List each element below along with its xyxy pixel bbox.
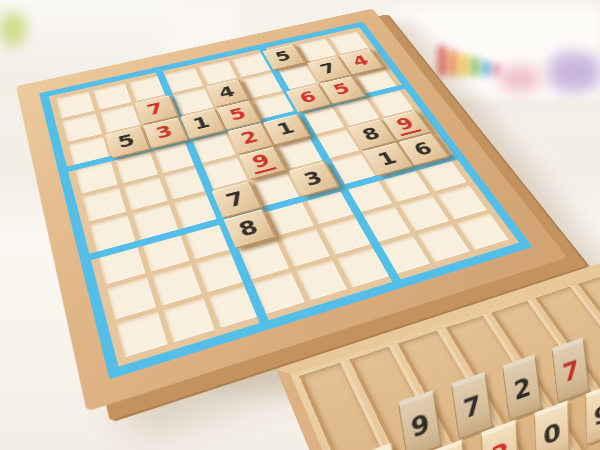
number-tile[interactable]: 7 [212, 182, 263, 220]
sudoku-cell[interactable] [382, 169, 430, 202]
tile-digit: 8 [236, 217, 261, 240]
tile-digit: 6 [297, 89, 319, 105]
tile-digit: 9 [247, 151, 277, 174]
tile-digit: 6 [410, 140, 435, 159]
tile-digit: 5 [227, 106, 249, 123]
sudoku-cell[interactable] [163, 298, 214, 342]
tile-digit: 9 [409, 410, 431, 442]
tile-digit: 2 [490, 439, 509, 450]
sudoku-board: 574745315652198973168 0987220796796898 [16, 9, 567, 412]
sudoku-cell[interactable] [296, 260, 348, 300]
tile-digit: 1 [191, 115, 213, 133]
tile-digit: 9 [391, 115, 422, 136]
tile-digit: 4 [350, 54, 372, 69]
number-tile[interactable]: 5 [105, 126, 151, 159]
sudoku-cell[interactable] [457, 213, 509, 249]
sudoku-cell[interactable] [75, 161, 117, 193]
sudoku-cell[interactable] [116, 312, 167, 357]
tile-digit: 5 [116, 132, 137, 150]
tile-digit: 9 [594, 400, 600, 429]
tile-digit: 1 [274, 120, 297, 138]
sudoku-cell[interactable] [437, 186, 487, 220]
tile-digit: 7 [462, 392, 483, 423]
sudoku-cell[interactable] [399, 196, 449, 231]
tile-digit: 0 [543, 419, 561, 449]
sudoku-cell[interactable] [378, 236, 430, 274]
tile-digit: 7 [318, 61, 340, 76]
sudoku-cell[interactable] [98, 245, 145, 284]
sudoku-cell[interactable] [267, 200, 315, 235]
sudoku-cell[interactable] [152, 265, 201, 306]
tile-digit: 2 [513, 374, 533, 405]
sudoku-cell[interactable] [281, 229, 331, 267]
sudoku-cell[interactable] [418, 225, 470, 262]
tile-digit: 7 [562, 356, 581, 386]
tile-digit: 2 [238, 129, 261, 147]
sudoku-cell[interactable] [209, 285, 260, 328]
tile-digit: 4 [216, 85, 237, 101]
drawer-tile[interactable]: 9 [397, 390, 441, 450]
block-separator-horizontal [87, 154, 459, 261]
tile-digit: 7 [145, 101, 166, 118]
tile-digit: 3 [154, 123, 175, 141]
sudoku-cell[interactable] [239, 241, 289, 280]
scene: 574745315652198973168 0987220796796898 [0, 0, 600, 450]
number-tile[interactable]: 8 [223, 209, 276, 249]
sudoku-cell[interactable] [253, 173, 299, 206]
product-photo-scene: 574745315652198973168 0987220796796898 [0, 0, 600, 450]
tile-digit: 5 [273, 49, 294, 64]
number-tile[interactable]: 5 [263, 44, 306, 70]
sudoku-cell[interactable] [226, 211, 274, 247]
tile-digit: 8 [359, 125, 383, 143]
sudoku-cell[interactable] [107, 277, 156, 319]
drawer-tile[interactable]: 7 [552, 337, 590, 403]
sudoku-cell[interactable] [253, 272, 305, 314]
sudoku-cell[interactable] [419, 159, 467, 191]
tile-digit: 5 [331, 81, 353, 97]
